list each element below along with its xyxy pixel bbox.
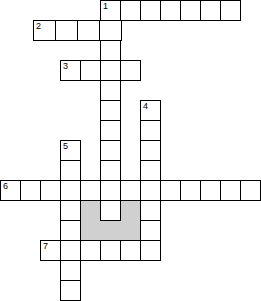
grid-cell[interactable] (60, 200, 81, 221)
grid-cell[interactable] (140, 160, 161, 181)
grid-cell[interactable] (160, 0, 181, 21)
clue-number: 1 (103, 1, 108, 11)
grid-cell[interactable] (60, 280, 81, 301)
grid-cell[interactable] (180, 180, 201, 201)
clue-number: 6 (3, 181, 8, 191)
grid-cell[interactable] (120, 180, 141, 201)
grid-cell[interactable] (55, 20, 78, 41)
grid-cell[interactable]: 3 (60, 60, 81, 81)
grid-cell[interactable] (100, 100, 121, 121)
grid-cell[interactable] (100, 120, 121, 141)
grid-cell[interactable] (200, 0, 221, 21)
grid-cell[interactable] (100, 200, 121, 221)
clue-number: 2 (36, 21, 41, 31)
crossword-board: 4512367 (0, 0, 261, 301)
grid-cell[interactable] (40, 180, 61, 201)
grid-cell[interactable] (120, 60, 141, 81)
grid-cell[interactable] (240, 180, 261, 201)
clue-number: 3 (63, 61, 68, 71)
clue-number: 5 (63, 141, 68, 151)
grid-cell[interactable]: 7 (40, 240, 61, 261)
grid-cell[interactable] (100, 160, 121, 181)
grid-cell[interactable] (140, 200, 161, 221)
grid-cell[interactable] (180, 0, 201, 21)
grid-cell[interactable]: 1 (100, 0, 121, 21)
grid-cell[interactable] (220, 180, 241, 201)
grid-cell[interactable]: 2 (33, 20, 56, 41)
grid-cell[interactable]: 6 (0, 180, 21, 201)
grid-cell[interactable] (100, 40, 121, 61)
grid-cell[interactable] (80, 180, 101, 201)
grid-cell[interactable] (160, 180, 181, 201)
grid-cell[interactable] (140, 140, 161, 161)
grid-cell[interactable] (140, 120, 161, 141)
grid-cell[interactable] (100, 180, 121, 201)
grid-cell[interactable] (60, 260, 81, 281)
clue-number: 4 (143, 101, 148, 111)
grid-cell[interactable] (60, 160, 81, 181)
grid-cell[interactable] (77, 20, 100, 41)
grid-cell[interactable] (100, 240, 121, 261)
grid-cell[interactable] (99, 20, 122, 41)
grid-cell[interactable] (200, 180, 221, 201)
grid-cell[interactable] (120, 0, 141, 21)
grid-cell[interactable]: 4 (140, 100, 161, 121)
grid-cell[interactable] (60, 180, 81, 201)
grid-cell[interactable] (120, 240, 141, 261)
clue-number: 7 (43, 241, 48, 251)
grid-cell[interactable] (140, 220, 161, 241)
grid-cell[interactable] (100, 80, 121, 101)
grid-cell[interactable] (100, 60, 121, 81)
grid-cell[interactable] (20, 180, 41, 201)
grid-cell[interactable] (80, 240, 101, 261)
grid-cell[interactable] (60, 220, 81, 241)
grid-cell[interactable] (220, 0, 241, 21)
grid-cell[interactable]: 5 (60, 140, 81, 161)
grid-cell[interactable] (140, 180, 161, 201)
grid-cell[interactable] (140, 240, 161, 261)
grid-cell[interactable] (140, 0, 161, 21)
grid-cell[interactable] (100, 140, 121, 161)
grid-cell[interactable] (60, 240, 81, 261)
grid-cell[interactable] (80, 60, 101, 81)
